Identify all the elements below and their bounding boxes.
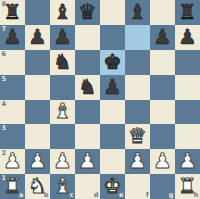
square-d4[interactable] [75,100,100,125]
black-knight[interactable]: ♞ [78,76,97,97]
black-pawn[interactable]: ♟ [3,26,22,47]
square-b7[interactable]: ♟ [25,25,50,50]
white-pawn[interactable]: ♟ [178,151,197,172]
square-d6[interactable] [75,50,100,75]
square-b4[interactable] [25,100,50,125]
square-g8[interactable] [150,0,175,25]
square-f1[interactable]: f [125,174,150,199]
coord-rank-6: 6 [2,51,7,58]
white-pawn[interactable]: ♟ [3,151,22,172]
white-queen[interactable]: ♛ [128,126,147,147]
square-d8[interactable]: ♛ [75,0,100,25]
black-bishop[interactable]: ♝ [128,1,147,22]
square-c2[interactable]: ♟ [50,149,75,174]
black-pawn[interactable]: ♟ [28,26,47,47]
square-g4[interactable] [150,100,175,125]
white-king[interactable]: ♚ [103,176,122,197]
square-c6[interactable]: ♞ [50,50,75,75]
square-g3[interactable] [150,124,175,149]
square-c7[interactable]: ♟ [50,25,75,50]
black-pawn[interactable]: ♟ [53,26,72,47]
square-g2[interactable]: ♟ [150,149,175,174]
square-d2[interactable]: ♟ [75,149,100,174]
white-rook[interactable]: ♜ [3,176,22,197]
square-g6[interactable] [150,50,175,75]
square-b3[interactable] [25,124,50,149]
square-c1[interactable]: c♝ [50,174,75,199]
square-b6[interactable] [25,50,50,75]
square-f2[interactable]: ♟ [125,149,150,174]
square-h4[interactable] [175,100,200,125]
square-b5[interactable] [25,75,50,100]
square-g5[interactable] [150,75,175,100]
black-pawn[interactable]: ♟ [178,26,197,47]
square-a2[interactable]: 2♟ [0,149,25,174]
square-f5[interactable] [125,75,150,100]
square-h7[interactable]: ♟ [175,25,200,50]
black-bishop[interactable]: ♝ [53,1,72,22]
white-bishop[interactable]: ♝ [53,176,72,197]
square-d5[interactable]: ♞ [75,75,100,100]
square-g7[interactable]: ♟ [150,25,175,50]
square-e5[interactable]: ♟ [100,75,125,100]
square-f3[interactable]: ♛ [125,124,150,149]
square-a5[interactable]: 5 [0,75,25,100]
white-rook[interactable]: ♜ [178,176,197,197]
square-a8[interactable]: 8♜ [0,0,25,25]
square-e2[interactable] [100,149,125,174]
black-rook[interactable]: ♜ [3,1,22,22]
square-a7[interactable]: 7♟ [0,25,25,50]
white-knight[interactable]: ♞ [28,176,47,197]
square-f4[interactable] [125,100,150,125]
square-f6[interactable] [125,50,150,75]
square-h8[interactable]: ♜ [175,0,200,25]
white-pawn[interactable]: ♟ [78,151,97,172]
square-a6[interactable]: 6 [0,50,25,75]
square-d7[interactable] [75,25,100,50]
white-pawn[interactable]: ♟ [153,151,172,172]
square-f7[interactable] [125,25,150,50]
square-c4[interactable]: ♝ [50,100,75,125]
black-pawn[interactable]: ♟ [103,76,122,97]
square-d3[interactable] [75,124,100,149]
square-f8[interactable]: ♝ [125,0,150,25]
white-bishop[interactable]: ♝ [53,101,72,122]
square-h2[interactable]: ♟ [175,149,200,174]
white-pawn[interactable]: ♟ [28,151,47,172]
square-b2[interactable]: ♟ [25,149,50,174]
square-b1[interactable]: b♞ [25,174,50,199]
black-king[interactable]: ♚ [103,51,122,72]
square-c3[interactable] [50,124,75,149]
coord-rank-3: 3 [2,125,7,132]
white-pawn[interactable]: ♟ [128,151,147,172]
square-a4[interactable]: 4 [0,100,25,125]
square-g1[interactable]: g [150,174,175,199]
square-e3[interactable] [100,124,125,149]
black-queen[interactable]: ♛ [78,1,97,22]
square-e7[interactable] [100,25,125,50]
square-d1[interactable]: d [75,174,100,199]
square-e6[interactable]: ♚ [100,50,125,75]
square-h3[interactable] [175,124,200,149]
square-c5[interactable] [50,75,75,100]
coord-file-f: f [146,192,149,199]
chess-board: 8♜♝♛♝♜7♟♟♟♟♟6♞♚5♞♟4♝3♛2♟♟♟♟♟♟♟1a♜b♞c♝de♚… [0,0,200,199]
white-pawn[interactable]: ♟ [53,151,72,172]
coord-rank-5: 5 [2,76,7,83]
square-a3[interactable]: 3 [0,124,25,149]
square-c8[interactable]: ♝ [50,0,75,25]
black-knight[interactable]: ♞ [53,51,72,72]
square-a1[interactable]: 1a♜ [0,174,25,199]
coord-file-d: d [94,192,99,199]
coord-file-g: g [169,192,174,199]
square-e4[interactable] [100,100,125,125]
square-e1[interactable]: e♚ [100,174,125,199]
square-h1[interactable]: h♜ [175,174,200,199]
square-b8[interactable] [25,0,50,25]
square-h6[interactable] [175,50,200,75]
square-h5[interactable] [175,75,200,100]
black-rook[interactable]: ♜ [178,1,197,22]
coord-rank-4: 4 [2,101,7,108]
black-pawn[interactable]: ♟ [153,26,172,47]
square-e8[interactable] [100,0,125,25]
